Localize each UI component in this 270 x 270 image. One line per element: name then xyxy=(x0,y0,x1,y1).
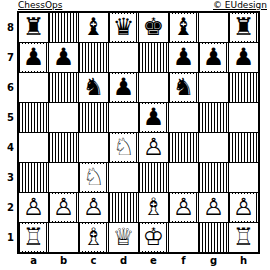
square-b6 xyxy=(49,73,78,102)
square-a2: ♙ xyxy=(19,193,48,222)
square-c6: ♞ xyxy=(79,73,108,102)
white-pawn: ♙ xyxy=(21,194,46,221)
credit-link[interactable]: © EUdesign xyxy=(213,0,267,10)
black-queen: ♛ xyxy=(111,14,136,41)
black-pawn: ♟ xyxy=(171,44,196,71)
square-a8: ♜ xyxy=(19,13,48,42)
square-c5 xyxy=(79,103,108,132)
square-b4 xyxy=(49,133,78,162)
white-pawn: ♙ xyxy=(171,194,196,221)
square-f4 xyxy=(169,133,198,162)
white-pawn: ♙ xyxy=(231,194,256,221)
square-g4 xyxy=(199,133,228,162)
black-pawn: ♟ xyxy=(201,44,226,71)
square-b3 xyxy=(49,163,78,192)
square-c8: ♝ xyxy=(79,13,108,42)
header: ChessOps © EUdesign xyxy=(18,0,267,11)
white-pawn: ♙ xyxy=(201,194,226,221)
square-b2: ♙ xyxy=(49,193,78,222)
board-frame: ♜♝♛♚♝♜♟♟♟♟♟♞♟♞♟♘♙♘♙♙♙♗♙♙♙♖♗♕♔♖ xyxy=(17,11,260,254)
white-knight: ♘ xyxy=(81,164,106,191)
square-e3 xyxy=(139,163,168,192)
square-e6 xyxy=(139,73,168,102)
square-g5 xyxy=(199,103,228,132)
chess-board: ♜♝♛♚♝♜♟♟♟♟♟♞♟♞♟♘♙♘♙♙♙♗♙♙♙♖♗♕♔♖ xyxy=(19,13,258,252)
file-label-c: c xyxy=(79,255,108,267)
black-pawn: ♟ xyxy=(51,44,76,71)
square-a6 xyxy=(19,73,48,102)
chessops-page: ChessOps © EUdesign 87654321 ♜♝♛♚♝♜♟♟♟♟♟… xyxy=(0,0,270,270)
black-bishop: ♝ xyxy=(171,14,196,41)
white-pawn: ♙ xyxy=(81,194,106,221)
rank-label-8: 8 xyxy=(0,13,14,42)
square-h8: ♜ xyxy=(229,13,258,42)
square-f5 xyxy=(169,103,198,132)
black-knight: ♞ xyxy=(171,74,196,101)
square-g2: ♙ xyxy=(199,193,228,222)
white-queen: ♕ xyxy=(111,224,136,251)
square-c4 xyxy=(79,133,108,162)
file-labels: abcdefgh xyxy=(19,255,258,267)
square-f7: ♟ xyxy=(169,43,198,72)
square-g3 xyxy=(199,163,228,192)
white-knight: ♘ xyxy=(111,134,136,161)
black-rook: ♜ xyxy=(21,14,46,41)
square-e1: ♔ xyxy=(139,223,168,252)
square-d2 xyxy=(109,193,138,222)
rank-label-2: 2 xyxy=(0,193,14,222)
square-a4 xyxy=(19,133,48,162)
file-label-h: h xyxy=(229,255,258,267)
square-e8: ♚ xyxy=(139,13,168,42)
square-g8 xyxy=(199,13,228,42)
square-g1 xyxy=(199,223,228,252)
square-b8 xyxy=(49,13,78,42)
black-bishop: ♝ xyxy=(81,14,106,41)
square-a7: ♟ xyxy=(19,43,48,72)
square-c7 xyxy=(79,43,108,72)
square-h7: ♟ xyxy=(229,43,258,72)
square-a3 xyxy=(19,163,48,192)
square-d8: ♛ xyxy=(109,13,138,42)
square-a1: ♖ xyxy=(19,223,48,252)
square-f1 xyxy=(169,223,198,252)
square-g7: ♟ xyxy=(199,43,228,72)
square-c1: ♗ xyxy=(79,223,108,252)
black-rook: ♜ xyxy=(231,14,256,41)
square-e2: ♗ xyxy=(139,193,168,222)
white-pawn: ♙ xyxy=(51,194,76,221)
square-d3 xyxy=(109,163,138,192)
white-rook: ♖ xyxy=(21,224,46,251)
square-h6 xyxy=(229,73,258,102)
file-label-f: f xyxy=(169,255,198,267)
square-d5 xyxy=(109,103,138,132)
square-b7: ♟ xyxy=(49,43,78,72)
rank-label-3: 3 xyxy=(0,163,14,192)
white-pawn: ♙ xyxy=(141,134,166,161)
black-pawn: ♟ xyxy=(21,44,46,71)
square-e5: ♟ xyxy=(139,103,168,132)
square-f3 xyxy=(169,163,198,192)
square-b1 xyxy=(49,223,78,252)
rank-label-4: 4 xyxy=(0,133,14,162)
square-c2: ♙ xyxy=(79,193,108,222)
white-bishop: ♗ xyxy=(141,194,166,221)
rank-label-7: 7 xyxy=(0,43,14,72)
square-f6: ♞ xyxy=(169,73,198,102)
square-d7 xyxy=(109,43,138,72)
square-h1: ♖ xyxy=(229,223,258,252)
file-label-d: d xyxy=(109,255,138,267)
black-pawn: ♟ xyxy=(231,44,256,71)
white-rook: ♖ xyxy=(231,224,256,251)
white-king: ♔ xyxy=(141,224,166,251)
black-king: ♚ xyxy=(141,14,166,41)
square-e4: ♙ xyxy=(139,133,168,162)
square-d1: ♕ xyxy=(109,223,138,252)
rank-labels: 87654321 xyxy=(0,13,14,252)
file-label-b: b xyxy=(49,255,78,267)
square-a5 xyxy=(19,103,48,132)
black-knight: ♞ xyxy=(81,74,106,101)
black-pawn: ♟ xyxy=(111,74,136,101)
square-c3: ♘ xyxy=(79,163,108,192)
square-d6: ♟ xyxy=(109,73,138,102)
square-d4: ♘ xyxy=(109,133,138,162)
square-h3 xyxy=(229,163,258,192)
rank-label-5: 5 xyxy=(0,103,14,132)
app-title-link[interactable]: ChessOps xyxy=(18,0,62,10)
file-label-a: a xyxy=(19,255,48,267)
square-f2: ♙ xyxy=(169,193,198,222)
square-h5 xyxy=(229,103,258,132)
square-f8: ♝ xyxy=(169,13,198,42)
square-h4 xyxy=(229,133,258,162)
square-g6 xyxy=(199,73,228,102)
file-label-g: g xyxy=(199,255,228,267)
rank-label-1: 1 xyxy=(0,223,14,252)
square-b5 xyxy=(49,103,78,132)
square-h2: ♙ xyxy=(229,193,258,222)
black-pawn: ♟ xyxy=(141,104,166,131)
white-bishop: ♗ xyxy=(81,224,106,251)
file-label-e: e xyxy=(139,255,168,267)
square-e7 xyxy=(139,43,168,72)
rank-label-6: 6 xyxy=(0,73,14,102)
